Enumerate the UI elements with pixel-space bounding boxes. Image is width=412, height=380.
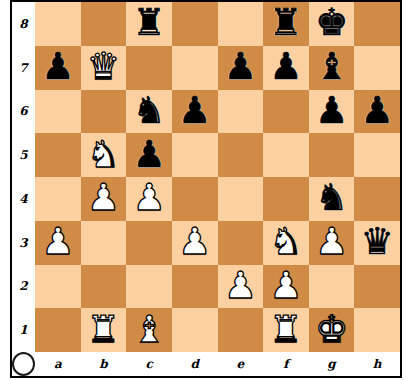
square-c1[interactable]: ♝ (126, 308, 172, 352)
square-a3[interactable]: ♟ (35, 221, 81, 265)
board-frame: 8♜♜♚7♟♛♟♟♝6♞♟♟♟5♞♟4♟♟♞3♟♟♞♟♛2♟♟1♜♝♜♚abcd… (10, 0, 402, 378)
black-knight: ♞ (132, 92, 165, 129)
white-pawn: ♟ (315, 223, 348, 260)
square-a1[interactable] (35, 308, 81, 352)
square-g2[interactable] (309, 265, 355, 309)
black-knight: ♞ (315, 179, 348, 216)
square-d4[interactable] (172, 177, 218, 221)
white-to-move-circle-icon (12, 352, 35, 376)
file-label-a: a (35, 352, 81, 376)
black-king: ♚ (315, 4, 348, 41)
white-knight: ♞ (269, 223, 302, 260)
file-label-c: c (126, 352, 172, 376)
white-pawn: ♟ (87, 179, 120, 216)
black-pawn: ♟ (224, 48, 257, 85)
square-e1[interactable] (218, 308, 264, 352)
file-label-b: b (81, 352, 127, 376)
black-rook: ♜ (269, 4, 302, 41)
square-g7[interactable]: ♝ (309, 46, 355, 90)
square-h3[interactable]: ♛ (354, 221, 400, 265)
rank-label-4: 4 (12, 177, 35, 221)
rank-label-3: 3 (12, 221, 35, 265)
square-a5[interactable] (35, 133, 81, 177)
square-g3[interactable]: ♟ (309, 221, 355, 265)
square-f7[interactable]: ♟ (263, 46, 309, 90)
white-queen: ♛ (87, 48, 120, 85)
square-h7[interactable] (354, 46, 400, 90)
square-b5[interactable]: ♞ (81, 133, 127, 177)
rank-label-5: 5 (12, 133, 35, 177)
square-h8[interactable] (354, 2, 400, 46)
square-d2[interactable] (172, 265, 218, 309)
square-c2[interactable] (126, 265, 172, 309)
white-pawn: ♟ (178, 223, 211, 260)
rank-label-1: 1 (12, 308, 35, 352)
square-e8[interactable] (218, 2, 264, 46)
square-e2[interactable]: ♟ (218, 265, 264, 309)
black-pawn: ♟ (132, 136, 165, 173)
white-bishop: ♝ (132, 311, 165, 348)
file-label-f: f (263, 352, 309, 376)
black-queen: ♛ (361, 223, 394, 260)
square-d1[interactable] (172, 308, 218, 352)
square-e6[interactable] (218, 90, 264, 134)
square-b4[interactable]: ♟ (81, 177, 127, 221)
black-pawn: ♟ (41, 48, 74, 85)
square-d6[interactable]: ♟ (172, 90, 218, 134)
square-g4[interactable]: ♞ (309, 177, 355, 221)
white-rook: ♜ (269, 311, 302, 348)
square-b8[interactable] (81, 2, 127, 46)
square-a7[interactable]: ♟ (35, 46, 81, 90)
rank-label-7: 7 (12, 46, 35, 90)
square-a6[interactable] (35, 90, 81, 134)
square-h1[interactable] (354, 308, 400, 352)
square-a2[interactable] (35, 265, 81, 309)
white-pawn: ♟ (132, 179, 165, 216)
file-label-h: h (354, 352, 400, 376)
square-f4[interactable] (263, 177, 309, 221)
rank-label-2: 2 (12, 265, 35, 309)
black-pawn: ♟ (315, 92, 348, 129)
square-e5[interactable] (218, 133, 264, 177)
square-d3[interactable]: ♟ (172, 221, 218, 265)
file-label-d: d (172, 352, 218, 376)
square-e4[interactable] (218, 177, 264, 221)
black-pawn: ♟ (178, 92, 211, 129)
square-b6[interactable] (81, 90, 127, 134)
square-f5[interactable] (263, 133, 309, 177)
square-c5[interactable]: ♟ (126, 133, 172, 177)
rank-label-8: 8 (12, 2, 35, 46)
file-label-e: e (218, 352, 264, 376)
square-f8[interactable]: ♜ (263, 2, 309, 46)
square-h6[interactable]: ♟ (354, 90, 400, 134)
square-h2[interactable] (354, 265, 400, 309)
square-d8[interactable] (172, 2, 218, 46)
square-a4[interactable] (35, 177, 81, 221)
white-knight: ♞ (87, 136, 120, 173)
square-d5[interactable] (172, 133, 218, 177)
square-c6[interactable]: ♞ (126, 90, 172, 134)
square-b7[interactable]: ♛ (81, 46, 127, 90)
square-f6[interactable] (263, 90, 309, 134)
black-rook: ♜ (132, 4, 165, 41)
white-pawn: ♟ (41, 223, 74, 260)
rank-label-6: 6 (12, 90, 35, 134)
white-pawn: ♟ (224, 267, 257, 304)
file-label-g: g (309, 352, 355, 376)
square-g5[interactable] (309, 133, 355, 177)
white-pawn: ♟ (269, 267, 302, 304)
square-a8[interactable] (35, 2, 81, 46)
side-to-move-indicator (12, 352, 35, 376)
square-b1[interactable]: ♜ (81, 308, 127, 352)
square-f3[interactable]: ♞ (263, 221, 309, 265)
white-rook: ♜ (87, 311, 120, 348)
square-b3[interactable] (81, 221, 127, 265)
chess-diagram: 8♜♜♚7♟♛♟♟♝6♞♟♟♟5♞♟4♟♟♞3♟♟♞♟♛2♟♟1♜♝♜♚abcd… (0, 0, 412, 380)
square-e3[interactable] (218, 221, 264, 265)
square-f2[interactable]: ♟ (263, 265, 309, 309)
square-c7[interactable] (126, 46, 172, 90)
square-h4[interactable] (354, 177, 400, 221)
black-bishop: ♝ (315, 48, 348, 85)
square-c4[interactable]: ♟ (126, 177, 172, 221)
square-d7[interactable] (172, 46, 218, 90)
square-g8[interactable]: ♚ (309, 2, 355, 46)
square-g1[interactable]: ♚ (309, 308, 355, 352)
square-f1[interactable]: ♜ (263, 308, 309, 352)
square-h5[interactable] (354, 133, 400, 177)
square-b2[interactable] (81, 265, 127, 309)
square-e7[interactable]: ♟ (218, 46, 264, 90)
square-g6[interactable]: ♟ (309, 90, 355, 134)
square-c3[interactable] (126, 221, 172, 265)
square-c8[interactable]: ♜ (126, 2, 172, 46)
white-king: ♚ (315, 311, 348, 348)
black-pawn: ♟ (269, 48, 302, 85)
black-pawn: ♟ (361, 92, 394, 129)
